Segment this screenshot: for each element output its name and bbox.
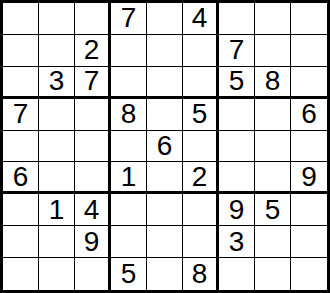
cell-r1c4[interactable]: 7 — [111, 3, 147, 35]
cell-r2c8[interactable] — [255, 35, 291, 67]
cell-r8c7[interactable]: 3 — [219, 226, 255, 258]
cell-r1c7[interactable] — [219, 3, 255, 35]
cell-r1c1[interactable] — [3, 3, 39, 35]
cell-r1c9[interactable] — [291, 3, 327, 35]
cell-r8c8[interactable] — [255, 226, 291, 258]
cell-r8c4[interactable] — [111, 226, 147, 258]
cell-r5c2[interactable] — [39, 131, 75, 163]
cell-r8c5[interactable] — [147, 226, 183, 258]
cell-r6c8[interactable] — [255, 162, 291, 194]
cell-r6c6[interactable]: 2 — [183, 162, 219, 194]
cell-r6c9[interactable]: 9 — [291, 162, 327, 194]
cell-r9c6[interactable]: 8 — [183, 258, 219, 290]
cell-r4c9[interactable]: 6 — [291, 99, 327, 131]
cell-r9c1[interactable] — [3, 258, 39, 290]
cell-r7c4[interactable] — [111, 194, 147, 226]
cell-r3c5[interactable] — [147, 67, 183, 99]
cell-r1c6[interactable]: 4 — [183, 3, 219, 35]
cell-r3c7[interactable]: 5 — [219, 67, 255, 99]
cell-r9c9[interactable] — [291, 258, 327, 290]
cell-r1c2[interactable] — [39, 3, 75, 35]
cell-r8c3[interactable]: 9 — [75, 226, 111, 258]
cell-r6c7[interactable] — [219, 162, 255, 194]
cell-r5c4[interactable] — [111, 131, 147, 163]
cell-r5c6[interactable] — [183, 131, 219, 163]
cell-r9c3[interactable] — [75, 258, 111, 290]
cell-r1c5[interactable] — [147, 3, 183, 35]
cell-r4c3[interactable] — [75, 99, 111, 131]
cell-r5c8[interactable] — [255, 131, 291, 163]
cell-r8c2[interactable] — [39, 226, 75, 258]
cell-r4c8[interactable] — [255, 99, 291, 131]
cell-r7c9[interactable] — [291, 194, 327, 226]
cell-r3c3[interactable]: 7 — [75, 67, 111, 99]
cell-r4c2[interactable] — [39, 99, 75, 131]
cell-r2c3[interactable]: 2 — [75, 35, 111, 67]
cell-r8c6[interactable] — [183, 226, 219, 258]
cell-r8c9[interactable] — [291, 226, 327, 258]
cell-r1c3[interactable] — [75, 3, 111, 35]
cell-r8c1[interactable] — [3, 226, 39, 258]
cell-r2c4[interactable] — [111, 35, 147, 67]
cell-r3c1[interactable] — [3, 67, 39, 99]
cell-r3c9[interactable] — [291, 67, 327, 99]
cell-r2c7[interactable]: 7 — [219, 35, 255, 67]
cell-r7c7[interactable]: 9 — [219, 194, 255, 226]
cell-r5c7[interactable] — [219, 131, 255, 163]
sudoku-board: 7 4 2 7 3 7 5 8 7 8 5 6 6 6 1 2 9 1 4 9 — [0, 0, 330, 293]
cell-r2c1[interactable] — [3, 35, 39, 67]
cell-r3c6[interactable] — [183, 67, 219, 99]
cell-r5c1[interactable] — [3, 131, 39, 163]
cell-r7c1[interactable] — [3, 194, 39, 226]
cell-r4c4[interactable]: 8 — [111, 99, 147, 131]
cell-r7c2[interactable]: 1 — [39, 194, 75, 226]
cell-r9c2[interactable] — [39, 258, 75, 290]
cell-r5c9[interactable] — [291, 131, 327, 163]
cell-r6c2[interactable] — [39, 162, 75, 194]
cell-r5c5[interactable]: 6 — [147, 131, 183, 163]
cell-r6c3[interactable] — [75, 162, 111, 194]
cell-r7c6[interactable] — [183, 194, 219, 226]
cell-r4c7[interactable] — [219, 99, 255, 131]
cell-r5c3[interactable] — [75, 131, 111, 163]
cell-r7c8[interactable]: 5 — [255, 194, 291, 226]
cell-r2c9[interactable] — [291, 35, 327, 67]
cell-r9c7[interactable] — [219, 258, 255, 290]
cell-r1c8[interactable] — [255, 3, 291, 35]
cell-r9c4[interactable]: 5 — [111, 258, 147, 290]
cell-r3c8[interactable]: 8 — [255, 67, 291, 99]
cell-r6c5[interactable] — [147, 162, 183, 194]
cell-r4c1[interactable]: 7 — [3, 99, 39, 131]
cell-r2c2[interactable] — [39, 35, 75, 67]
cell-r3c2[interactable]: 3 — [39, 67, 75, 99]
cell-r7c3[interactable]: 4 — [75, 194, 111, 226]
cell-r3c4[interactable] — [111, 67, 147, 99]
cell-r9c5[interactable] — [147, 258, 183, 290]
cell-r7c5[interactable] — [147, 194, 183, 226]
cell-r9c8[interactable] — [255, 258, 291, 290]
cell-r4c5[interactable] — [147, 99, 183, 131]
cell-r4c6[interactable]: 5 — [183, 99, 219, 131]
cell-r6c1[interactable]: 6 — [3, 162, 39, 194]
cell-r2c6[interactable] — [183, 35, 219, 67]
cell-r2c5[interactable] — [147, 35, 183, 67]
cell-r6c4[interactable]: 1 — [111, 162, 147, 194]
